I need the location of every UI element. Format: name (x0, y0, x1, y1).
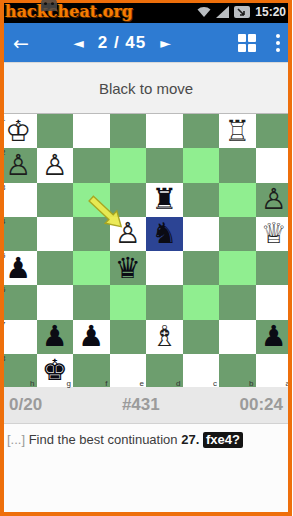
square-a4[interactable]: ♕ (256, 217, 293, 251)
timer: 00:24 (240, 395, 283, 415)
square-g7[interactable]: ♟ (37, 320, 74, 354)
square-c6[interactable] (183, 285, 220, 319)
square-e2[interactable] (110, 148, 147, 182)
square-g5[interactable] (37, 251, 74, 285)
square-e5[interactable]: ♛ (110, 251, 147, 285)
last-move-chip[interactable]: fxe4? (203, 432, 243, 448)
square-f2[interactable] (73, 148, 110, 182)
rank-label-7: 7 (1, 320, 5, 329)
toolbar: ← ◄ 2 / 45 ► (0, 23, 292, 62)
signal-icon (216, 6, 229, 18)
file-label-e: e (140, 379, 144, 388)
file-label-g: g (67, 379, 71, 388)
next-puzzle-icon[interactable]: ► (160, 35, 171, 51)
square-h3[interactable]: 3 (0, 183, 37, 217)
task-area: [...] Find the best continuation 27. fxe… (0, 424, 292, 516)
square-c3[interactable] (183, 183, 220, 217)
white-piece-b-d7: ♗ (146, 320, 183, 354)
square-d2[interactable] (146, 148, 183, 182)
black-piece-p-h5: ♟ (0, 251, 37, 285)
square-g2[interactable]: ♙ (37, 148, 74, 182)
rank-label-6: 6 (1, 285, 5, 294)
square-f6[interactable] (73, 285, 110, 319)
rank-label-1: 1 (1, 114, 5, 123)
turn-banner-text: Black to move (99, 80, 193, 97)
square-h2[interactable]: 2♙ (0, 148, 37, 182)
puzzle-counter: 2 / 45 (98, 33, 147, 53)
black-piece-p-a7: ♟ (256, 320, 293, 354)
square-b8[interactable]: b (219, 354, 256, 388)
watermark: hackcheat.org (5, 2, 133, 21)
square-f1[interactable] (73, 114, 110, 148)
square-g8[interactable]: g♚ (37, 354, 74, 388)
black-piece-p-g7: ♟ (37, 320, 74, 354)
square-e8[interactable]: e (110, 354, 147, 388)
puzzle-id: #431 (122, 395, 160, 415)
square-e1[interactable] (110, 114, 147, 148)
square-b7[interactable] (219, 320, 256, 354)
square-g3[interactable] (37, 183, 74, 217)
rank-label-4: 4 (1, 217, 5, 226)
square-d8[interactable]: d (146, 354, 183, 388)
square-b5[interactable] (219, 251, 256, 285)
app-screen: 15:20 hackcheat.org ← ◄ 2 / 45 ► Black t… (0, 0, 292, 516)
black-piece-q-e5: ♛ (110, 251, 147, 285)
prev-puzzle-icon[interactable]: ◄ (73, 35, 84, 51)
square-d1[interactable] (146, 114, 183, 148)
file-label-f: f (105, 379, 107, 388)
square-c4[interactable] (183, 217, 220, 251)
file-label-b: b (249, 379, 253, 388)
square-g6[interactable] (37, 285, 74, 319)
square-c7[interactable] (183, 320, 220, 354)
black-piece-n-d4: ♞ (146, 217, 183, 251)
square-a8[interactable]: a (256, 354, 293, 388)
square-h6[interactable]: 6 (0, 285, 37, 319)
square-c5[interactable] (183, 251, 220, 285)
square-a7[interactable]: ♟ (256, 320, 293, 354)
square-a3[interactable]: ♙ (256, 183, 293, 217)
white-piece-q-a4: ♕ (256, 217, 293, 251)
task-prefix: [...] (7, 432, 25, 447)
square-g1[interactable] (37, 114, 74, 148)
rank-label-3: 3 (1, 183, 5, 192)
square-b1[interactable]: ♖ (219, 114, 256, 148)
square-a5[interactable] (256, 251, 293, 285)
score-counter: 0/20 (9, 395, 42, 415)
square-c8[interactable]: c (183, 354, 220, 388)
square-h7[interactable]: 7 (0, 320, 37, 354)
rank-label-8: 8 (1, 354, 5, 363)
square-b4[interactable] (219, 217, 256, 251)
screenshot-icon (234, 6, 250, 18)
white-piece-p-e4: ♙ (110, 217, 147, 251)
square-d6[interactable] (146, 285, 183, 319)
task-instruction: Find the best continuation (25, 432, 181, 447)
square-d5[interactable] (146, 251, 183, 285)
square-d7[interactable]: ♗ (146, 320, 183, 354)
black-piece-r-d3: ♜ (146, 183, 183, 217)
square-h8[interactable]: 8h (0, 354, 37, 388)
clock-time: 15:20 (255, 5, 286, 19)
square-c1[interactable] (183, 114, 220, 148)
square-f5[interactable] (73, 251, 110, 285)
file-label-a: a (286, 379, 290, 388)
white-piece-p-a3: ♙ (256, 183, 293, 217)
file-label-d: d (176, 379, 180, 388)
square-f3[interactable] (73, 183, 110, 217)
square-e3[interactable] (110, 183, 147, 217)
rank-label-5: 5 (1, 251, 5, 260)
square-a6[interactable] (256, 285, 293, 319)
grid-view-icon[interactable] (238, 34, 256, 52)
chess-board: 1♔♖2♙♙3♜♙4♙♞♕5♟♛67♟♟♗♟8hg♚fedcba (0, 113, 292, 388)
square-b2[interactable] (219, 148, 256, 182)
file-label-c: c (213, 379, 217, 388)
square-d4[interactable]: ♞ (146, 217, 183, 251)
square-f4[interactable] (73, 217, 110, 251)
square-c2[interactable] (183, 148, 220, 182)
turn-banner: Black to move (0, 62, 292, 113)
white-piece-r-b1: ♖ (219, 114, 256, 148)
square-f7[interactable]: ♟ (73, 320, 110, 354)
square-e7[interactable] (110, 320, 147, 354)
square-f8[interactable]: f (73, 354, 110, 388)
square-h4[interactable]: 4 (0, 217, 37, 251)
rank-label-2: 2 (1, 148, 5, 157)
robot-icon (41, 0, 57, 11)
square-e6[interactable] (110, 285, 147, 319)
square-h5[interactable]: 5♟ (0, 251, 37, 285)
info-bar: 0/20 #431 00:24 (0, 387, 292, 424)
back-arrow-icon[interactable]: ← (13, 32, 29, 54)
white-piece-k-h1: ♔ (0, 114, 37, 148)
wifi-icon (197, 6, 211, 18)
move-number: 27. (181, 432, 199, 447)
square-e4[interactable]: ♙ (110, 217, 147, 251)
square-b3[interactable] (219, 183, 256, 217)
square-h1[interactable]: 1♔ (0, 114, 37, 148)
white-piece-p-g2: ♙ (37, 148, 74, 182)
file-label-h: h (30, 379, 34, 388)
white-piece-p-h2: ♙ (0, 148, 37, 182)
square-g4[interactable] (37, 217, 74, 251)
square-a2[interactable] (256, 148, 293, 182)
overflow-menu-icon[interactable] (276, 34, 280, 52)
black-piece-p-f7: ♟ (73, 320, 110, 354)
square-a1[interactable] (256, 114, 293, 148)
square-b6[interactable] (219, 285, 256, 319)
square-d3[interactable]: ♜ (146, 183, 183, 217)
